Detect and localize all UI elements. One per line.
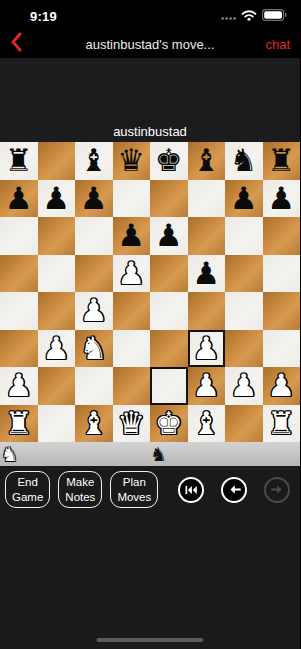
plan-moves-label-line1: Plan (123, 475, 146, 490)
battery-icon (262, 7, 287, 25)
square-d5[interactable]: ♟ (113, 255, 151, 293)
white-knight-c3: ♞ (80, 330, 108, 367)
square-h3[interactable] (263, 330, 301, 368)
opponent-name: austinbustad (113, 124, 187, 139)
square-a1[interactable]: ♜ (0, 405, 38, 443)
black-rook-h8: ♜ (267, 142, 295, 179)
square-g1[interactable] (225, 405, 263, 443)
black-pawn-d6: ♟ (117, 217, 145, 254)
square-c8[interactable]: ♝ (75, 142, 113, 180)
black-king-e8: ♚ (155, 142, 183, 179)
square-h4[interactable] (263, 292, 301, 330)
square-a4[interactable] (0, 292, 38, 330)
chess-board: ♜♝♛♚♝♞♜♟♟♟♟♟♟♟♟♟♟♟♞♟♟♟♟♟♜♝♛♚♝♜ (0, 142, 300, 442)
square-b6[interactable] (38, 217, 76, 255)
chat-button[interactable]: chat (265, 37, 290, 52)
square-b8[interactable] (38, 142, 76, 180)
white-bishop-c1: ♝ (80, 405, 108, 442)
square-e1[interactable]: ♚ (150, 405, 188, 443)
black-pawn-c7: ♟ (80, 180, 108, 217)
cellular-signal-icon (221, 7, 236, 25)
control-bar: End Game Make Notes Plan Moves (0, 466, 300, 649)
status-time: 9:19 (30, 9, 57, 24)
move-nav-group (178, 477, 295, 503)
square-d8[interactable]: ♛ (113, 142, 151, 180)
square-g7[interactable]: ♟ (225, 180, 263, 218)
square-a3[interactable] (0, 330, 38, 368)
white-pawn-b3: ♟ (42, 330, 70, 367)
square-d3[interactable] (113, 330, 151, 368)
square-d1[interactable]: ♛ (113, 405, 151, 443)
opponent-area: austinbustad (0, 58, 300, 142)
square-g4[interactable] (225, 292, 263, 330)
black-pawn-f5: ♟ (192, 255, 220, 292)
white-pawn-c4: ♟ (80, 292, 108, 329)
white-pawn-a2: ♟ (5, 367, 33, 404)
square-a8[interactable]: ♜ (0, 142, 38, 180)
square-b4[interactable] (38, 292, 76, 330)
square-f7[interactable] (188, 180, 226, 218)
page-title: austinbustad's move... (0, 37, 300, 52)
square-g3[interactable] (225, 330, 263, 368)
black-bishop-c8: ♝ (80, 142, 108, 179)
square-h7[interactable]: ♟ (263, 180, 301, 218)
captured-white-knight-icon: ♞ (1, 442, 18, 466)
arrow-right-icon (270, 482, 285, 497)
square-a6[interactable] (0, 217, 38, 255)
end-game-button[interactable]: End Game (5, 471, 50, 508)
back-button[interactable] (10, 32, 22, 56)
white-pawn-f2: ♟ (192, 367, 220, 404)
next-move-button[interactable] (264, 477, 290, 503)
square-c7[interactable]: ♟ (75, 180, 113, 218)
black-pawn-h7: ♟ (267, 180, 295, 217)
square-c1[interactable]: ♝ (75, 405, 113, 443)
square-c3[interactable]: ♞ (75, 330, 113, 368)
square-b3[interactable]: ♟ (38, 330, 76, 368)
square-h6[interactable] (263, 217, 301, 255)
nav-bar: austinbustad's move... chat (0, 30, 300, 58)
square-f8[interactable]: ♝ (188, 142, 226, 180)
square-g5[interactable] (225, 255, 263, 293)
end-game-label-line1: End (17, 475, 37, 490)
square-h8[interactable]: ♜ (263, 142, 301, 180)
previous-move-button[interactable] (221, 477, 247, 503)
white-king-e1: ♚ (155, 405, 183, 442)
make-notes-label-line2: Notes (65, 490, 95, 505)
square-e4[interactable] (150, 292, 188, 330)
square-d2[interactable] (113, 367, 151, 405)
black-knight-g8: ♞ (230, 142, 258, 179)
square-d6[interactable]: ♟ (113, 217, 151, 255)
square-h1[interactable]: ♜ (263, 405, 301, 443)
plan-moves-button[interactable]: Plan Moves (110, 471, 158, 508)
square-f4[interactable] (188, 292, 226, 330)
plan-moves-label-line2: Moves (117, 490, 151, 505)
skip-to-start-button[interactable] (178, 477, 204, 503)
square-e2[interactable] (150, 367, 188, 405)
square-g6[interactable] (225, 217, 263, 255)
end-game-label-line2: Game (12, 490, 43, 505)
square-b5[interactable] (38, 255, 76, 293)
home-indicator[interactable] (97, 638, 204, 643)
black-pawn-b7: ♟ (42, 180, 70, 217)
make-notes-button[interactable]: Make Notes (58, 471, 102, 508)
square-e3[interactable] (150, 330, 188, 368)
white-pawn-h2: ♟ (267, 367, 295, 404)
square-c2[interactable] (75, 367, 113, 405)
square-f6[interactable] (188, 217, 226, 255)
square-f3[interactable]: ♟ (188, 330, 226, 368)
white-pawn-g2: ♟ (230, 367, 258, 404)
white-rook-h1: ♜ (267, 405, 295, 442)
wifi-icon (241, 7, 257, 25)
square-f2[interactable]: ♟ (188, 367, 226, 405)
app-screen: 9:19 austinbustad's move... chat austinb… (0, 0, 300, 649)
black-bishop-f8: ♝ (192, 142, 220, 179)
make-notes-label-line1: Make (66, 475, 94, 490)
black-pawn-e6: ♟ (155, 217, 183, 254)
square-h5[interactable] (263, 255, 301, 293)
square-e6[interactable]: ♟ (150, 217, 188, 255)
square-a7[interactable]: ♟ (0, 180, 38, 218)
status-bar: 9:19 (0, 0, 300, 30)
square-h2[interactable]: ♟ (263, 367, 301, 405)
arrow-left-icon (227, 482, 242, 497)
captured-black-knight-icon: ♞ (150, 442, 167, 466)
chevron-left-icon (10, 32, 22, 56)
square-d7[interactable] (113, 180, 151, 218)
white-pawn-f3: ♟ (192, 330, 220, 367)
controls-row: End Game Make Notes Plan Moves (0, 466, 300, 508)
square-e5[interactable] (150, 255, 188, 293)
square-e8[interactable]: ♚ (150, 142, 188, 180)
square-e7[interactable] (150, 180, 188, 218)
skip-to-start-icon (184, 483, 198, 497)
square-b2[interactable] (38, 367, 76, 405)
black-pawn-a7: ♟ (5, 180, 33, 217)
square-a2[interactable]: ♟ (0, 367, 38, 405)
square-b7[interactable]: ♟ (38, 180, 76, 218)
square-c5[interactable] (75, 255, 113, 293)
square-g2[interactable]: ♟ (225, 367, 263, 405)
black-pawn-g7: ♟ (230, 180, 258, 217)
square-c4[interactable]: ♟ (75, 292, 113, 330)
square-d4[interactable] (113, 292, 151, 330)
white-bishop-f1: ♝ (192, 405, 220, 442)
square-b1[interactable] (38, 405, 76, 443)
square-c6[interactable] (75, 217, 113, 255)
square-f5[interactable]: ♟ (188, 255, 226, 293)
black-queen-d8: ♛ (117, 142, 145, 179)
status-icons (221, 7, 287, 25)
white-rook-a1: ♜ (5, 405, 33, 442)
black-rook-a8: ♜ (5, 142, 33, 179)
white-pawn-d5: ♟ (117, 255, 145, 292)
square-a5[interactable] (0, 255, 38, 293)
square-f1[interactable]: ♝ (188, 405, 226, 443)
white-queen-d1: ♛ (117, 405, 145, 442)
square-g8[interactable]: ♞ (225, 142, 263, 180)
captured-pieces-tray: ♞ ♞ (0, 442, 300, 466)
